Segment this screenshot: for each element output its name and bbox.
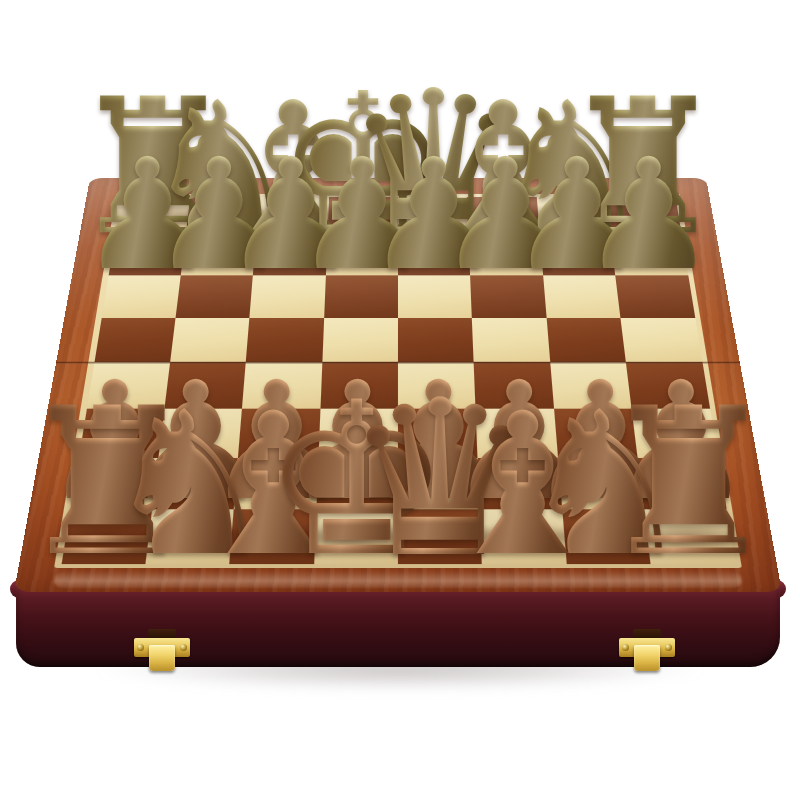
square-f2 — [478, 458, 562, 510]
square-e2 — [398, 458, 480, 510]
square-b6 — [175, 276, 253, 318]
square-g6 — [543, 276, 621, 318]
square-h4 — [626, 362, 710, 409]
square-a2 — [70, 458, 158, 510]
square-b4 — [164, 362, 246, 409]
square-b5 — [170, 318, 250, 362]
square-b1 — [145, 509, 234, 563]
square-a4 — [86, 362, 170, 409]
clasp-right — [619, 629, 675, 675]
square-h5 — [621, 318, 702, 362]
square-e1 — [398, 509, 482, 563]
product-photo-scene: ♜♞♝♚♛♝♞♜♟♟♟♟♟♟♟♟♟♟♟♟♟♟♟♟♜♞♝♚♛♝♞♜ — [0, 0, 800, 800]
square-a8 — [115, 197, 191, 236]
square-d5 — [322, 318, 398, 362]
square-g5 — [546, 318, 626, 362]
square-e8 — [398, 197, 469, 236]
square-g3 — [554, 409, 638, 458]
square-b2 — [152, 458, 238, 510]
square-d6 — [324, 276, 398, 318]
square-c4 — [242, 362, 322, 409]
board-squares — [61, 197, 735, 564]
square-a3 — [78, 409, 164, 458]
square-d2 — [316, 458, 398, 510]
square-c5 — [246, 318, 324, 362]
square-h6 — [615, 276, 694, 318]
front-border-gloss — [53, 570, 743, 588]
square-c6 — [250, 276, 326, 318]
clasp-hasp — [149, 645, 175, 671]
square-d1 — [314, 509, 398, 563]
square-g2 — [558, 458, 644, 510]
clasp-screw — [622, 644, 629, 651]
square-g1 — [562, 509, 651, 563]
square-e4 — [398, 362, 476, 409]
clasp-screw — [180, 644, 187, 651]
square-d3 — [318, 409, 398, 458]
square-h8 — [606, 197, 682, 236]
square-e5 — [398, 318, 474, 362]
square-f7 — [469, 235, 543, 275]
square-d4 — [320, 362, 398, 409]
square-c3 — [238, 409, 320, 458]
square-c7 — [253, 235, 327, 275]
square-b7 — [181, 235, 257, 275]
square-b3 — [158, 409, 242, 458]
square-c1 — [230, 509, 316, 563]
clasp-screw — [137, 644, 144, 651]
square-a5 — [94, 318, 175, 362]
square-f3 — [476, 409, 558, 458]
square-g7 — [540, 235, 616, 275]
clasp-left — [134, 629, 190, 675]
square-a6 — [101, 276, 180, 318]
square-e3 — [398, 409, 478, 458]
square-g8 — [536, 197, 610, 236]
square-f1 — [480, 509, 566, 563]
square-h3 — [632, 409, 718, 458]
square-f5 — [472, 318, 550, 362]
square-g4 — [550, 362, 632, 409]
clasp-hasp — [634, 645, 660, 671]
square-d7 — [326, 235, 398, 275]
square-h7 — [610, 235, 687, 275]
square-b8 — [186, 197, 260, 236]
square-c8 — [256, 197, 328, 236]
square-a1 — [61, 509, 152, 563]
clasp-screw — [665, 644, 672, 651]
square-e7 — [398, 235, 470, 275]
square-h1 — [644, 509, 735, 563]
square-d8 — [327, 197, 398, 236]
square-h2 — [638, 458, 726, 510]
square-f4 — [474, 362, 554, 409]
square-e6 — [398, 276, 472, 318]
square-c2 — [234, 458, 318, 510]
chess-board — [14, 178, 782, 592]
square-f6 — [470, 276, 546, 318]
square-a7 — [108, 235, 185, 275]
fold-seam — [56, 362, 740, 364]
square-f8 — [467, 197, 539, 236]
